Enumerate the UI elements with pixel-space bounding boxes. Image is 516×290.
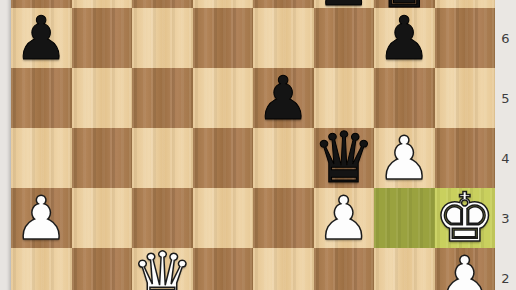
square-g6[interactable]: ♟ [374, 8, 435, 68]
square-d3[interactable] [193, 188, 254, 248]
rank-label-6: 6 [495, 8, 516, 68]
square-f7[interactable]: ♟ [314, 0, 375, 8]
square-c4[interactable] [132, 128, 193, 188]
square-f3[interactable]: ♟ [314, 188, 375, 248]
rank-label-2: 2 [495, 248, 516, 290]
rank-label-5: 5 [495, 68, 516, 128]
chess-board: ♟♚♟♟♟♛♟♟♟♚♛♟ [11, 0, 495, 290]
piece-white-queen[interactable]: ♛ [131, 243, 194, 290]
square-g4[interactable]: ♟ [374, 128, 435, 188]
square-c6[interactable] [132, 8, 193, 68]
square-c5[interactable] [132, 68, 193, 128]
piece-white-pawn[interactable]: ♟ [377, 128, 431, 188]
square-h5[interactable] [435, 68, 496, 128]
square-e4[interactable] [253, 128, 314, 188]
square-d7[interactable] [193, 0, 254, 8]
square-h6[interactable] [435, 8, 496, 68]
piece-white-king[interactable]: ♚ [434, 184, 495, 252]
square-f6[interactable] [314, 8, 375, 68]
square-b7[interactable] [72, 0, 133, 8]
square-b5[interactable] [72, 68, 133, 128]
square-f4[interactable]: ♛ [314, 128, 375, 188]
square-h3[interactable]: ♚ [435, 188, 496, 248]
square-c7[interactable] [132, 0, 193, 8]
rank-label-3: 3 [495, 188, 516, 248]
rank-coordinates-gutter: 65432 [495, 0, 516, 290]
square-e5[interactable]: ♟ [253, 68, 314, 128]
square-b3[interactable] [72, 188, 133, 248]
square-d6[interactable] [193, 8, 254, 68]
rank-label-4: 4 [495, 128, 516, 188]
square-b6[interactable] [72, 8, 133, 68]
square-d5[interactable] [193, 68, 254, 128]
piece-black-pawn[interactable]: ♟ [256, 68, 310, 128]
square-f2[interactable] [314, 248, 375, 290]
square-g5[interactable] [374, 68, 435, 128]
piece-black-pawn[interactable]: ♟ [14, 8, 68, 68]
square-e7[interactable] [253, 0, 314, 8]
square-c2[interactable]: ♛ [132, 248, 193, 290]
square-d4[interactable] [193, 128, 254, 188]
square-e6[interactable] [253, 8, 314, 68]
square-a2[interactable] [11, 248, 72, 290]
square-a4[interactable] [11, 128, 72, 188]
board-viewport: ♟♚♟♟♟♛♟♟♟♚♛♟ 65432 [0, 0, 516, 290]
square-b2[interactable] [72, 248, 133, 290]
square-d2[interactable] [193, 248, 254, 290]
square-e3[interactable] [253, 188, 314, 248]
square-h7[interactable] [435, 0, 496, 8]
piece-white-pawn[interactable]: ♟ [14, 188, 68, 248]
piece-white-pawn[interactable]: ♟ [438, 248, 492, 290]
square-a6[interactable]: ♟ [11, 8, 72, 68]
square-e2[interactable] [253, 248, 314, 290]
square-g2[interactable] [374, 248, 435, 290]
square-b4[interactable] [72, 128, 133, 188]
square-g3[interactable] [374, 188, 435, 248]
piece-black-pawn[interactable]: ♟ [377, 8, 431, 68]
square-h2[interactable]: ♟ [435, 248, 496, 290]
square-a3[interactable]: ♟ [11, 188, 72, 248]
piece-white-pawn[interactable]: ♟ [317, 188, 371, 248]
square-a5[interactable] [11, 68, 72, 128]
